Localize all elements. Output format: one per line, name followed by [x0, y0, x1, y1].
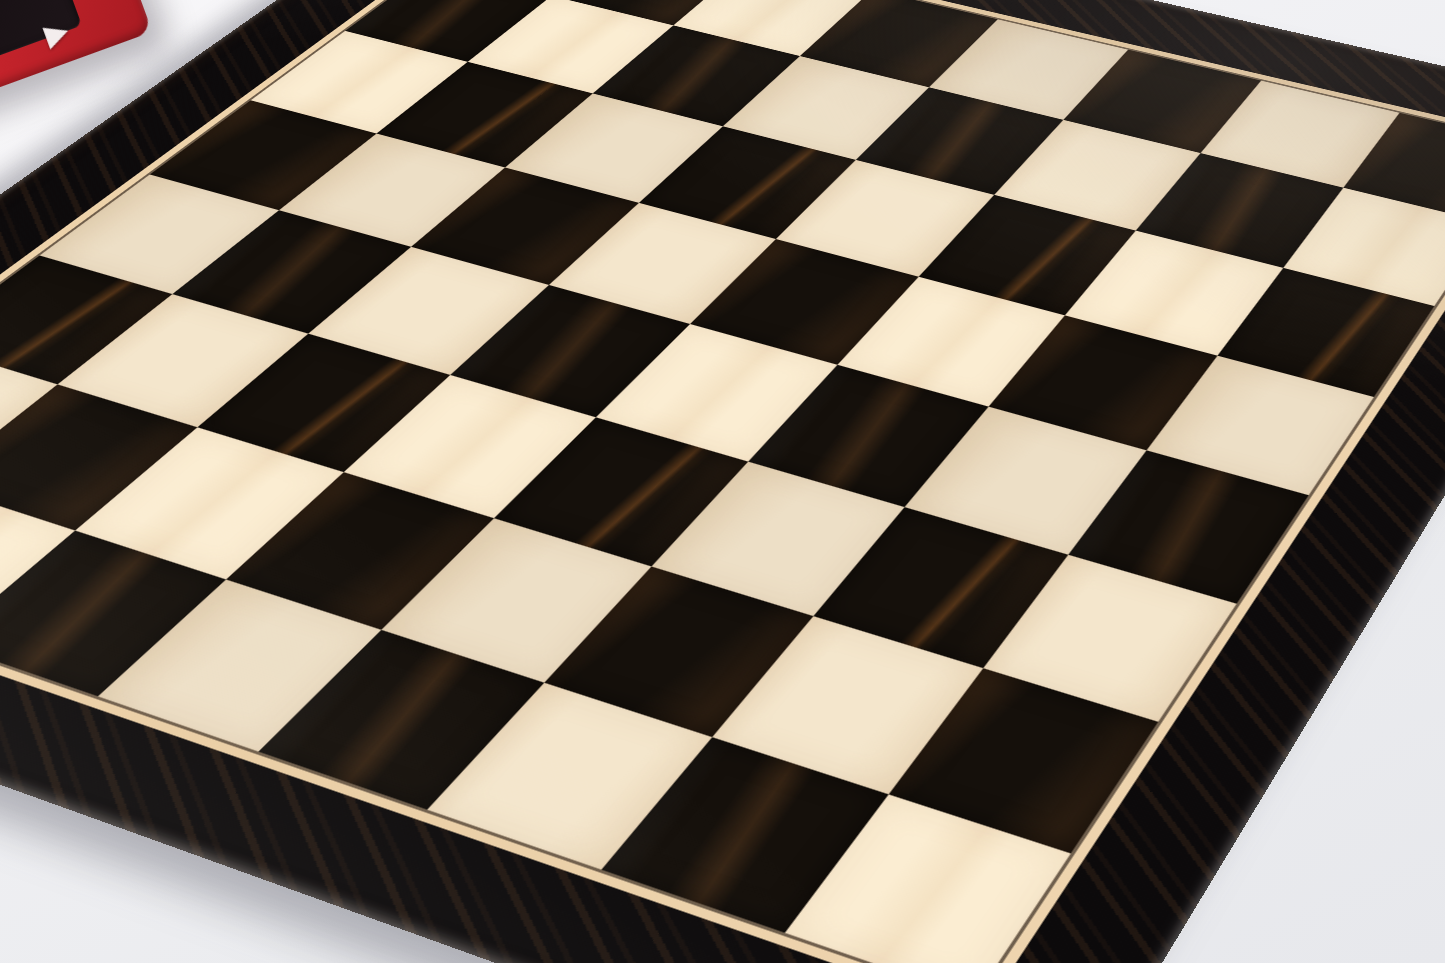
board-squares: [0, 0, 1445, 963]
clock-screen: [0, 0, 82, 94]
scene: ▶: [0, 0, 1445, 963]
chess-board: [0, 0, 1445, 963]
